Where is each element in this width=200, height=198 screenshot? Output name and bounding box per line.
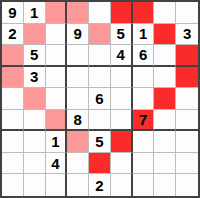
- cell-r3c2[interactable]: 5: [24, 45, 46, 67]
- cell-r2c5[interactable]: [89, 24, 111, 46]
- cell-r9c2[interactable]: [24, 174, 46, 196]
- cell-r3c9[interactable]: [176, 45, 198, 67]
- cell-r5c8[interactable]: [154, 88, 176, 110]
- cell-r2c7[interactable]: 1: [133, 24, 155, 46]
- cell-r6c7[interactable]: 7: [133, 110, 155, 132]
- cell-r4c7[interactable]: [133, 67, 155, 89]
- cell-r5c4[interactable]: [67, 88, 89, 110]
- cell-r4c1[interactable]: [2, 67, 24, 89]
- cell-r1c2[interactable]: 1: [24, 2, 46, 24]
- cell-r9c6[interactable]: [111, 174, 133, 196]
- cell-r9c1[interactable]: [2, 174, 24, 196]
- cell-r3c1[interactable]: [2, 45, 24, 67]
- cell-r6c3[interactable]: [46, 110, 68, 132]
- cell-r2c1[interactable]: 2: [2, 24, 24, 46]
- cell-r6c5[interactable]: [89, 110, 111, 132]
- cell-r1c3[interactable]: [46, 2, 68, 24]
- cell-r7c9[interactable]: [176, 131, 198, 153]
- cell-r8c6[interactable]: [111, 153, 133, 175]
- cell-r4c2[interactable]: 3: [24, 67, 46, 89]
- cell-r1c7[interactable]: [133, 2, 155, 24]
- cell-r8c8[interactable]: [154, 153, 176, 175]
- cell-r6c2[interactable]: [24, 110, 46, 132]
- cell-r5c9[interactable]: [176, 88, 198, 110]
- cell-r2c3[interactable]: [46, 24, 68, 46]
- cell-r4c3[interactable]: [46, 67, 68, 89]
- cell-r2c6[interactable]: 5: [111, 24, 133, 46]
- cell-r9c8[interactable]: [154, 174, 176, 196]
- cell-r3c8[interactable]: [154, 45, 176, 67]
- cell-r9c3[interactable]: [46, 174, 68, 196]
- cell-r4c5[interactable]: [89, 67, 111, 89]
- cell-r9c4[interactable]: [67, 174, 89, 196]
- cell-r6c4[interactable]: 8: [67, 110, 89, 132]
- cell-r5c6[interactable]: [111, 88, 133, 110]
- cell-r4c8[interactable]: [154, 67, 176, 89]
- cell-r8c9[interactable]: [176, 153, 198, 175]
- cell-r1c5[interactable]: [89, 2, 111, 24]
- cell-r8c3[interactable]: 4: [46, 153, 68, 175]
- cell-r5c5[interactable]: 6: [89, 88, 111, 110]
- cell-r1c4[interactable]: [67, 2, 89, 24]
- cell-r6c1[interactable]: [2, 110, 24, 132]
- cell-r3c6[interactable]: 4: [111, 45, 133, 67]
- cell-r8c2[interactable]: [24, 153, 46, 175]
- cell-r7c4[interactable]: [67, 131, 89, 153]
- cell-r5c1[interactable]: [2, 88, 24, 110]
- cell-r8c5[interactable]: [89, 153, 111, 175]
- cell-r4c4[interactable]: [67, 67, 89, 89]
- cell-r1c9[interactable]: [176, 2, 198, 24]
- cell-r6c9[interactable]: [176, 110, 198, 132]
- cell-r5c3[interactable]: [46, 88, 68, 110]
- cell-r7c5[interactable]: 5: [89, 131, 111, 153]
- cell-r7c7[interactable]: [133, 131, 155, 153]
- cell-r5c2[interactable]: [24, 88, 46, 110]
- cell-r8c7[interactable]: [133, 153, 155, 175]
- cell-r6c8[interactable]: [154, 110, 176, 132]
- cell-r1c1[interactable]: 9: [2, 2, 24, 24]
- cell-r4c9[interactable]: [176, 67, 198, 89]
- cell-r3c5[interactable]: [89, 45, 111, 67]
- cell-r8c1[interactable]: [2, 153, 24, 175]
- sudoku-board: 912951354636871542: [0, 0, 200, 198]
- cell-r2c8[interactable]: [154, 24, 176, 46]
- cell-r7c6[interactable]: [111, 131, 133, 153]
- cell-r7c3[interactable]: 1: [46, 131, 68, 153]
- cell-r7c8[interactable]: [154, 131, 176, 153]
- cell-r9c7[interactable]: [133, 174, 155, 196]
- cell-r1c6[interactable]: [111, 2, 133, 24]
- cell-r3c7[interactable]: 6: [133, 45, 155, 67]
- cell-r9c9[interactable]: [176, 174, 198, 196]
- cell-r3c3[interactable]: [46, 45, 68, 67]
- cell-r2c2[interactable]: [24, 24, 46, 46]
- cell-r2c4[interactable]: 9: [67, 24, 89, 46]
- cell-r4c6[interactable]: [111, 67, 133, 89]
- cell-r1c8[interactable]: [154, 2, 176, 24]
- cell-r2c9[interactable]: 3: [176, 24, 198, 46]
- cell-r5c7[interactable]: [133, 88, 155, 110]
- cell-r7c2[interactable]: [24, 131, 46, 153]
- cell-r9c5[interactable]: 2: [89, 174, 111, 196]
- cell-r7c1[interactable]: [2, 131, 24, 153]
- cell-r6c6[interactable]: [111, 110, 133, 132]
- cell-r8c4[interactable]: [67, 153, 89, 175]
- cell-r3c4[interactable]: [67, 45, 89, 67]
